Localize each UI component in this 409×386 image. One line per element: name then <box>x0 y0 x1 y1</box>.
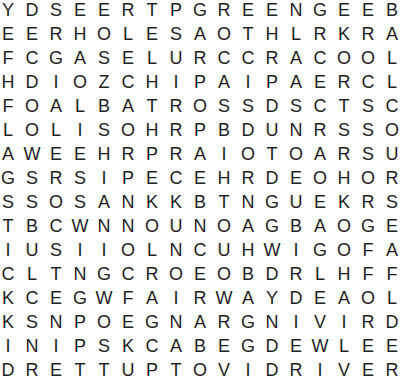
grid-cell[interactable]: U <box>284 190 308 214</box>
grid-cell[interactable]: N <box>44 310 68 334</box>
grid-cell[interactable]: N <box>68 262 92 286</box>
grid-cell[interactable]: P <box>188 70 212 94</box>
grid-cell[interactable]: L <box>308 262 332 286</box>
grid-cell[interactable]: S <box>68 166 92 190</box>
grid-cell[interactable]: I <box>68 238 92 262</box>
grid-cell[interactable]: G <box>44 46 68 70</box>
grid-cell[interactable]: L <box>140 46 164 70</box>
grid-cell[interactable]: I <box>164 286 188 310</box>
grid-cell[interactable]: O <box>356 286 380 310</box>
grid-cell[interactable]: N <box>260 310 284 334</box>
grid-cell[interactable]: O <box>140 214 164 238</box>
grid-cell[interactable]: O <box>356 46 380 70</box>
grid-cell[interactable]: E <box>308 286 332 310</box>
grid-cell[interactable]: N <box>164 310 188 334</box>
grid-cell[interactable]: Y <box>0 0 20 22</box>
grid-cell[interactable]: E <box>68 142 92 166</box>
grid-cell[interactable]: U <box>164 214 188 238</box>
grid-cell[interactable]: W <box>92 286 116 310</box>
grid-cell[interactable]: O <box>92 310 116 334</box>
grid-cell[interactable]: R <box>164 118 188 142</box>
grid-cell[interactable]: B <box>20 214 44 238</box>
grid-cell[interactable]: D <box>260 358 284 382</box>
grid-cell[interactable]: R <box>140 262 164 286</box>
grid-cell[interactable]: E <box>308 70 332 94</box>
grid-cell[interactable]: C <box>356 70 380 94</box>
grid-cell[interactable]: S <box>164 22 188 46</box>
grid-cell[interactable]: C <box>20 46 44 70</box>
grid-cell[interactable]: S <box>20 310 44 334</box>
grid-cell[interactable]: T <box>236 22 260 46</box>
grid-cell[interactable]: C <box>116 70 140 94</box>
grid-cell[interactable]: H <box>140 70 164 94</box>
grid-cell[interactable]: D <box>260 166 284 190</box>
grid-cell[interactable]: A <box>380 22 404 46</box>
grid-cell[interactable]: G <box>188 0 212 22</box>
grid-cell[interactable]: A <box>92 190 116 214</box>
grid-cell[interactable]: H <box>236 238 260 262</box>
grid-cell[interactable]: Z <box>92 70 116 94</box>
grid-cell[interactable]: E <box>284 334 308 358</box>
grid-cell[interactable]: I <box>308 358 332 382</box>
grid-cell[interactable]: E <box>356 334 380 358</box>
grid-cell[interactable]: S <box>92 118 116 142</box>
grid-cell[interactable]: B <box>188 190 212 214</box>
grid-cell[interactable]: R <box>356 310 380 334</box>
grid-cell[interactable]: O <box>188 94 212 118</box>
grid-cell[interactable]: A <box>68 46 92 70</box>
grid-cell[interactable]: I <box>68 118 92 142</box>
grid-cell[interactable]: H <box>68 22 92 46</box>
grid-cell[interactable]: I <box>332 310 356 334</box>
grid-cell[interactable]: D <box>20 70 44 94</box>
grid-cell[interactable]: R <box>188 286 212 310</box>
grid-cell[interactable]: E <box>140 22 164 46</box>
grid-cell[interactable]: R <box>332 142 356 166</box>
grid-cell[interactable]: F <box>0 94 20 118</box>
grid-cell[interactable]: B <box>236 262 260 286</box>
grid-cell[interactable]: V <box>212 358 236 382</box>
grid-cell[interactable]: T <box>68 358 92 382</box>
grid-cell[interactable]: E <box>380 334 404 358</box>
grid-cell[interactable]: G <box>92 262 116 286</box>
grid-cell[interactable]: R <box>236 166 260 190</box>
grid-cell[interactable]: R <box>380 166 404 190</box>
grid-cell[interactable]: O <box>236 142 260 166</box>
grid-cell[interactable]: C <box>188 238 212 262</box>
grid-cell[interactable]: E <box>308 190 332 214</box>
grid-cell[interactable]: O <box>92 22 116 46</box>
grid-cell[interactable]: R <box>284 262 308 286</box>
grid-cell[interactable]: L <box>380 46 404 70</box>
grid-cell[interactable]: L <box>380 286 404 310</box>
grid-cell[interactable]: K <box>140 190 164 214</box>
grid-cell[interactable]: D <box>260 262 284 286</box>
grid-cell[interactable]: O <box>68 70 92 94</box>
grid-cell[interactable]: O <box>212 262 236 286</box>
grid-cell[interactable]: C <box>0 262 20 286</box>
grid-cell[interactable]: L <box>332 334 356 358</box>
grid-cell[interactable]: O <box>164 262 188 286</box>
grid-cell[interactable]: A <box>308 142 332 166</box>
grid-cell[interactable]: R <box>308 118 332 142</box>
grid-cell[interactable]: E <box>20 22 44 46</box>
grid-cell[interactable]: P <box>68 310 92 334</box>
grid-cell[interactable]: A <box>236 214 260 238</box>
grid-cell[interactable]: R <box>308 22 332 46</box>
grid-cell[interactable]: U <box>260 118 284 142</box>
grid-cell[interactable]: C <box>308 94 332 118</box>
grid-cell[interactable]: L <box>44 118 68 142</box>
grid-cell[interactable]: E <box>0 22 20 46</box>
grid-cell[interactable]: T <box>140 0 164 22</box>
grid-cell[interactable]: A <box>332 286 356 310</box>
grid-cell[interactable]: R <box>44 166 68 190</box>
grid-cell[interactable]: F <box>0 46 20 70</box>
grid-cell[interactable]: C <box>164 166 188 190</box>
grid-cell[interactable]: G <box>0 166 20 190</box>
grid-cell[interactable]: I <box>44 70 68 94</box>
grid-cell[interactable]: S <box>92 46 116 70</box>
grid-cell[interactable]: W <box>308 334 332 358</box>
grid-cell[interactable]: K <box>0 286 20 310</box>
grid-cell[interactable]: O <box>284 142 308 166</box>
grid-cell[interactable]: G <box>236 310 260 334</box>
grid-cell[interactable]: S <box>356 118 380 142</box>
grid-cell[interactable]: E <box>44 286 68 310</box>
grid-cell[interactable]: F <box>356 238 380 262</box>
grid-cell[interactable]: H <box>332 166 356 190</box>
grid-cell[interactable]: A <box>308 214 332 238</box>
grid-cell[interactable]: I <box>236 358 260 382</box>
grid-cell[interactable]: E <box>188 166 212 190</box>
grid-cell[interactable]: B <box>284 214 308 238</box>
grid-cell[interactable]: S <box>44 0 68 22</box>
grid-cell[interactable]: G <box>260 214 284 238</box>
grid-cell[interactable]: N <box>20 334 44 358</box>
grid-cell[interactable]: F <box>380 262 404 286</box>
grid-cell[interactable]: G <box>236 334 260 358</box>
grid-cell[interactable]: W <box>260 238 284 262</box>
grid-cell[interactable]: N <box>188 214 212 238</box>
grid-cell[interactable]: L <box>20 262 44 286</box>
grid-cell[interactable]: B <box>380 0 404 22</box>
grid-cell[interactable]: S <box>284 94 308 118</box>
grid-cell[interactable]: L <box>380 70 404 94</box>
grid-cell[interactable]: R <box>356 22 380 46</box>
grid-cell[interactable]: C <box>380 94 404 118</box>
grid-cell[interactable]: S <box>68 190 92 214</box>
grid-cell[interactable]: I <box>92 238 116 262</box>
grid-cell[interactable]: E <box>380 214 404 238</box>
grid-cell[interactable]: E <box>116 46 140 70</box>
grid-cell[interactable]: I <box>284 310 308 334</box>
grid-cell[interactable]: S <box>212 94 236 118</box>
grid-cell[interactable]: A <box>140 286 164 310</box>
grid-cell[interactable]: O <box>212 214 236 238</box>
grid-cell[interactable]: P <box>116 166 140 190</box>
grid-cell[interactable]: S <box>380 190 404 214</box>
grid-cell[interactable]: A <box>164 334 188 358</box>
grid-cell[interactable]: A <box>188 310 212 334</box>
grid-cell[interactable]: I <box>92 166 116 190</box>
grid-cell[interactable]: F <box>116 286 140 310</box>
grid-cell[interactable]: S <box>356 142 380 166</box>
grid-cell[interactable]: O <box>332 238 356 262</box>
grid-cell[interactable]: G <box>140 310 164 334</box>
grid-cell[interactable]: D <box>236 118 260 142</box>
grid-cell[interactable]: R <box>380 358 404 382</box>
grid-cell[interactable]: D <box>0 358 20 382</box>
grid-cell[interactable]: N <box>92 214 116 238</box>
grid-cell[interactable]: O <box>308 166 332 190</box>
grid-cell[interactable]: O <box>20 118 44 142</box>
grid-cell[interactable]: R <box>116 0 140 22</box>
grid-cell[interactable]: T <box>164 358 188 382</box>
grid-cell[interactable]: N <box>116 190 140 214</box>
grid-cell[interactable]: C <box>212 46 236 70</box>
grid-cell[interactable]: W <box>212 286 236 310</box>
grid-cell[interactable]: G <box>308 238 332 262</box>
grid-cell[interactable]: V <box>332 358 356 382</box>
grid-cell[interactable]: D <box>260 334 284 358</box>
grid-cell[interactable]: A <box>188 142 212 166</box>
grid-cell[interactable]: L <box>68 94 92 118</box>
grid-cell[interactable]: D <box>380 310 404 334</box>
grid-cell[interactable]: A <box>284 46 308 70</box>
grid-cell[interactable]: O <box>356 166 380 190</box>
grid-cell[interactable]: R <box>164 94 188 118</box>
grid-cell[interactable]: H <box>92 142 116 166</box>
grid-cell[interactable]: E <box>236 0 260 22</box>
grid-cell[interactable]: P <box>140 358 164 382</box>
grid-cell[interactable]: U <box>20 238 44 262</box>
grid-cell[interactable]: E <box>356 358 380 382</box>
grid-cell[interactable]: U <box>116 358 140 382</box>
grid-cell[interactable]: H <box>332 262 356 286</box>
grid-cell[interactable]: C <box>308 46 332 70</box>
grid-cell[interactable]: P <box>260 70 284 94</box>
grid-cell[interactable]: B <box>92 94 116 118</box>
grid-cell[interactable]: R <box>284 358 308 382</box>
grid-cell[interactable]: R <box>212 310 236 334</box>
grid-cell[interactable]: B <box>188 334 212 358</box>
grid-cell[interactable]: P <box>68 334 92 358</box>
grid-cell[interactable]: H <box>140 118 164 142</box>
grid-cell[interactable]: A <box>44 94 68 118</box>
grid-cell[interactable]: T <box>260 142 284 166</box>
grid-cell[interactable]: E <box>92 0 116 22</box>
grid-cell[interactable]: C <box>116 262 140 286</box>
grid-cell[interactable]: D <box>260 94 284 118</box>
grid-cell[interactable]: E <box>284 166 308 190</box>
grid-cell[interactable]: T <box>140 94 164 118</box>
grid-cell[interactable]: E <box>260 0 284 22</box>
grid-cell[interactable]: A <box>116 94 140 118</box>
grid-cell[interactable]: W <box>68 214 92 238</box>
grid-cell[interactable]: E <box>68 0 92 22</box>
grid-cell[interactable]: U <box>380 142 404 166</box>
grid-cell[interactable]: H <box>260 22 284 46</box>
grid-cell[interactable]: C <box>44 214 68 238</box>
grid-cell[interactable]: R <box>44 22 68 46</box>
grid-cell[interactable]: T <box>212 190 236 214</box>
grid-cell[interactable]: S <box>332 118 356 142</box>
grid-cell[interactable]: I <box>0 334 20 358</box>
grid-cell[interactable]: U <box>212 238 236 262</box>
grid-cell[interactable]: K <box>332 22 356 46</box>
grid-cell[interactable]: S <box>92 334 116 358</box>
grid-cell[interactable]: R <box>260 46 284 70</box>
grid-cell[interactable]: O <box>188 358 212 382</box>
grid-cell[interactable]: O <box>212 22 236 46</box>
grid-cell[interactable]: G <box>260 190 284 214</box>
grid-cell[interactable]: R <box>212 0 236 22</box>
grid-cell[interactable]: E <box>44 358 68 382</box>
grid-cell[interactable]: R <box>188 46 212 70</box>
grid-cell[interactable]: P <box>188 118 212 142</box>
grid-cell[interactable]: K <box>332 190 356 214</box>
grid-cell[interactable]: E <box>188 262 212 286</box>
grid-cell[interactable]: K <box>164 190 188 214</box>
grid-cell[interactable]: S <box>20 190 44 214</box>
grid-cell[interactable]: R <box>20 358 44 382</box>
grid-cell[interactable]: I <box>236 70 260 94</box>
grid-cell[interactable]: A <box>284 70 308 94</box>
grid-cell[interactable]: B <box>212 118 236 142</box>
grid-cell[interactable]: H <box>0 70 20 94</box>
grid-cell[interactable]: I <box>284 238 308 262</box>
grid-cell[interactable]: H <box>212 166 236 190</box>
grid-cell[interactable]: O <box>332 46 356 70</box>
grid-cell[interactable]: E <box>44 142 68 166</box>
grid-cell[interactable]: G <box>356 214 380 238</box>
grid-cell[interactable]: K <box>0 310 20 334</box>
grid-cell[interactable]: A <box>212 70 236 94</box>
grid-cell[interactable]: O <box>116 238 140 262</box>
grid-cell[interactable]: S <box>44 238 68 262</box>
grid-cell[interactable]: W <box>20 142 44 166</box>
grid-cell[interactable]: E <box>212 334 236 358</box>
grid-cell[interactable]: P <box>164 0 188 22</box>
grid-cell[interactable]: I <box>44 334 68 358</box>
grid-cell[interactable]: K <box>116 334 140 358</box>
grid-cell[interactable]: F <box>356 262 380 286</box>
grid-cell[interactable]: C <box>140 334 164 358</box>
grid-cell[interactable]: C <box>236 46 260 70</box>
grid-cell[interactable]: T <box>0 214 20 238</box>
grid-cell[interactable]: L <box>0 118 20 142</box>
grid-cell[interactable]: N <box>284 0 308 22</box>
grid-cell[interactable]: S <box>236 94 260 118</box>
grid-cell[interactable]: N <box>164 238 188 262</box>
grid-cell[interactable]: G <box>68 286 92 310</box>
grid-cell[interactable]: D <box>20 0 44 22</box>
grid-cell[interactable]: R <box>116 142 140 166</box>
grid-cell[interactable]: N <box>284 118 308 142</box>
grid-cell[interactable]: E <box>140 166 164 190</box>
grid-cell[interactable]: A <box>236 286 260 310</box>
grid-cell[interactable]: R <box>332 70 356 94</box>
grid-cell[interactable]: R <box>356 190 380 214</box>
grid-cell[interactable]: A <box>188 22 212 46</box>
grid-cell[interactable]: L <box>140 238 164 262</box>
grid-cell[interactable]: I <box>0 238 20 262</box>
grid-cell[interactable]: E <box>332 0 356 22</box>
grid-cell[interactable]: A <box>0 142 20 166</box>
grid-cell[interactable]: L <box>284 22 308 46</box>
grid-cell[interactable]: R <box>164 142 188 166</box>
grid-cell[interactable]: I <box>212 142 236 166</box>
grid-cell[interactable]: P <box>140 142 164 166</box>
grid-cell[interactable]: E <box>356 0 380 22</box>
grid-cell[interactable]: O <box>116 118 140 142</box>
grid-cell[interactable]: O <box>332 214 356 238</box>
grid-cell[interactable]: T <box>92 358 116 382</box>
grid-cell[interactable]: I <box>164 70 188 94</box>
grid-cell[interactable]: S <box>0 190 20 214</box>
grid-cell[interactable]: A <box>380 238 404 262</box>
grid-cell[interactable]: L <box>116 22 140 46</box>
grid-cell[interactable]: G <box>308 0 332 22</box>
grid-cell[interactable]: O <box>380 118 404 142</box>
grid-cell[interactable]: V <box>308 310 332 334</box>
grid-cell[interactable]: O <box>44 190 68 214</box>
grid-cell[interactable]: T <box>44 262 68 286</box>
grid-cell[interactable]: O <box>20 94 44 118</box>
grid-cell[interactable]: U <box>164 46 188 70</box>
grid-cell[interactable]: Y <box>260 286 284 310</box>
grid-cell[interactable]: N <box>116 214 140 238</box>
grid-cell[interactable]: E <box>116 310 140 334</box>
grid-cell[interactable]: N <box>236 190 260 214</box>
grid-cell[interactable]: S <box>356 94 380 118</box>
grid-cell[interactable]: T <box>332 94 356 118</box>
grid-cell[interactable]: D <box>284 286 308 310</box>
grid-cell[interactable]: S <box>20 166 44 190</box>
grid-cell[interactable]: C <box>20 286 44 310</box>
word-search-grid: YDSEERTPGREENGEEBEERHOLESAOTHLRKRAFCGASE… <box>0 0 404 382</box>
